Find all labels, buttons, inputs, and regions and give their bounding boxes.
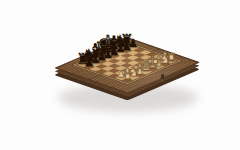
- chess-board: [54, 37, 200, 94]
- product-photo: ♜♞♝♛♚♝♞♜♟♟♟♟♟♟♟♟♟♟♟♟♟♟♟♟♜♞♝♛♚♝♞♜: [0, 0, 240, 150]
